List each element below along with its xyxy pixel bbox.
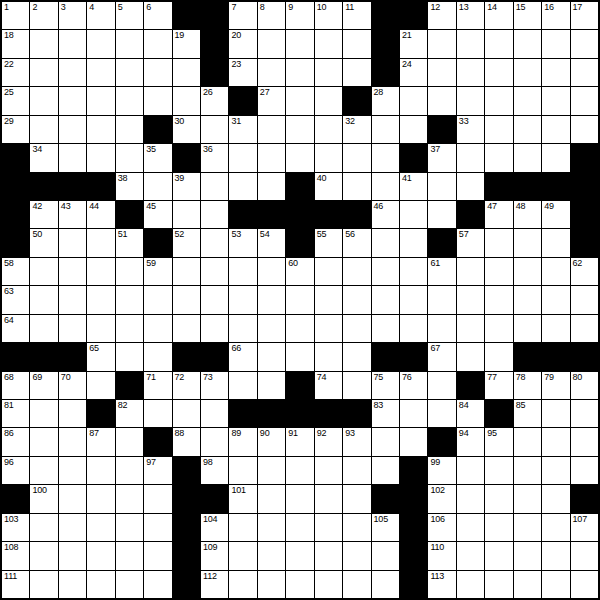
white-cell[interactable]	[428, 286, 455, 313]
white-cell[interactable]	[571, 59, 598, 86]
white-cell[interactable]: 94	[457, 428, 484, 455]
white-cell[interactable]	[514, 542, 541, 569]
white-cell[interactable]: 73	[201, 372, 228, 399]
white-cell[interactable]: 75	[372, 372, 399, 399]
white-cell[interactable]	[315, 116, 342, 143]
white-cell[interactable]	[457, 30, 484, 57]
white-cell[interactable]	[485, 542, 512, 569]
white-cell[interactable]: 33	[457, 116, 484, 143]
white-cell[interactable]	[116, 514, 143, 541]
white-cell[interactable]	[343, 59, 370, 86]
white-cell[interactable]	[542, 286, 569, 313]
white-cell[interactable]	[116, 571, 143, 598]
white-cell[interactable]: 20	[229, 30, 256, 57]
white-cell[interactable]	[30, 571, 57, 598]
white-cell[interactable]	[59, 428, 86, 455]
white-cell[interactable]: 77	[485, 372, 512, 399]
white-cell[interactable]: 66	[229, 343, 256, 370]
white-cell[interactable]: 102	[428, 485, 455, 512]
white-cell[interactable]: 27	[258, 87, 285, 114]
white-cell[interactable]: 60	[286, 258, 313, 285]
white-cell[interactable]	[116, 30, 143, 57]
white-cell[interactable]	[87, 457, 114, 484]
white-cell[interactable]	[30, 30, 57, 57]
white-cell[interactable]	[286, 457, 313, 484]
white-cell[interactable]	[457, 258, 484, 285]
white-cell[interactable]	[457, 485, 484, 512]
white-cell[interactable]	[457, 343, 484, 370]
white-cell[interactable]	[201, 315, 228, 342]
white-cell[interactable]	[542, 571, 569, 598]
white-cell[interactable]	[514, 485, 541, 512]
white-cell[interactable]: 49	[542, 201, 569, 228]
white-cell[interactable]	[30, 400, 57, 427]
white-cell[interactable]: 63	[2, 286, 29, 313]
white-cell[interactable]: 92	[315, 428, 342, 455]
white-cell[interactable]	[30, 87, 57, 114]
white-cell[interactable]: 6	[144, 2, 171, 29]
white-cell[interactable]	[229, 457, 256, 484]
white-cell[interactable]: 7	[229, 2, 256, 29]
white-cell[interactable]	[59, 30, 86, 57]
white-cell[interactable]: 112	[201, 571, 228, 598]
white-cell[interactable]: 56	[343, 229, 370, 256]
white-cell[interactable]: 46	[372, 201, 399, 228]
white-cell[interactable]: 52	[173, 229, 200, 256]
white-cell[interactable]	[30, 258, 57, 285]
white-cell[interactable]: 84	[457, 400, 484, 427]
white-cell[interactable]	[258, 173, 285, 200]
white-cell[interactable]	[542, 30, 569, 57]
white-cell[interactable]: 38	[116, 173, 143, 200]
white-cell[interactable]	[59, 542, 86, 569]
white-cell[interactable]	[400, 201, 427, 228]
white-cell[interactable]: 74	[315, 372, 342, 399]
white-cell[interactable]	[258, 258, 285, 285]
white-cell[interactable]: 58	[2, 258, 29, 285]
white-cell[interactable]	[400, 400, 427, 427]
white-cell[interactable]	[286, 116, 313, 143]
white-cell[interactable]: 99	[428, 457, 455, 484]
white-cell[interactable]	[457, 457, 484, 484]
white-cell[interactable]	[116, 144, 143, 171]
white-cell[interactable]	[343, 144, 370, 171]
white-cell[interactable]: 5	[116, 2, 143, 29]
white-cell[interactable]	[372, 457, 399, 484]
white-cell[interactable]: 44	[87, 201, 114, 228]
white-cell[interactable]	[116, 428, 143, 455]
white-cell[interactable]	[144, 542, 171, 569]
white-cell[interactable]	[144, 571, 171, 598]
white-cell[interactable]	[372, 229, 399, 256]
white-cell[interactable]	[59, 87, 86, 114]
white-cell[interactable]	[286, 343, 313, 370]
white-cell[interactable]	[201, 173, 228, 200]
white-cell[interactable]	[144, 400, 171, 427]
white-cell[interactable]: 89	[229, 428, 256, 455]
white-cell[interactable]: 76	[400, 372, 427, 399]
white-cell[interactable]	[30, 116, 57, 143]
white-cell[interactable]: 51	[116, 229, 143, 256]
white-cell[interactable]	[571, 286, 598, 313]
white-cell[interactable]	[258, 542, 285, 569]
white-cell[interactable]	[87, 258, 114, 285]
white-cell[interactable]	[116, 116, 143, 143]
white-cell[interactable]: 13	[457, 2, 484, 29]
white-cell[interactable]: 35	[144, 144, 171, 171]
white-cell[interactable]: 109	[201, 542, 228, 569]
white-cell[interactable]: 65	[87, 343, 114, 370]
white-cell[interactable]	[87, 30, 114, 57]
white-cell[interactable]	[315, 315, 342, 342]
white-cell[interactable]	[315, 59, 342, 86]
white-cell[interactable]	[315, 30, 342, 57]
white-cell[interactable]	[428, 400, 455, 427]
white-cell[interactable]	[514, 571, 541, 598]
white-cell[interactable]: 16	[542, 2, 569, 29]
white-cell[interactable]: 103	[2, 514, 29, 541]
white-cell[interactable]: 43	[59, 201, 86, 228]
white-cell[interactable]	[286, 286, 313, 313]
white-cell[interactable]: 113	[428, 571, 455, 598]
white-cell[interactable]	[542, 59, 569, 86]
white-cell[interactable]	[485, 30, 512, 57]
white-cell[interactable]	[116, 485, 143, 512]
white-cell[interactable]	[286, 514, 313, 541]
white-cell[interactable]	[485, 87, 512, 114]
white-cell[interactable]: 15	[514, 2, 541, 29]
white-cell[interactable]	[173, 59, 200, 86]
white-cell[interactable]	[173, 258, 200, 285]
white-cell[interactable]	[571, 116, 598, 143]
white-cell[interactable]	[87, 144, 114, 171]
white-cell[interactable]	[87, 286, 114, 313]
white-cell[interactable]: 32	[343, 116, 370, 143]
white-cell[interactable]: 87	[87, 428, 114, 455]
white-cell[interactable]	[286, 87, 313, 114]
white-cell[interactable]	[87, 372, 114, 399]
white-cell[interactable]	[400, 315, 427, 342]
white-cell[interactable]: 17	[571, 2, 598, 29]
white-cell[interactable]: 53	[229, 229, 256, 256]
white-cell[interactable]	[571, 428, 598, 455]
white-cell[interactable]: 72	[173, 372, 200, 399]
white-cell[interactable]	[514, 87, 541, 114]
white-cell[interactable]	[457, 144, 484, 171]
white-cell[interactable]	[315, 485, 342, 512]
white-cell[interactable]: 71	[144, 372, 171, 399]
white-cell[interactable]	[59, 286, 86, 313]
white-cell[interactable]	[315, 144, 342, 171]
white-cell[interactable]	[400, 116, 427, 143]
white-cell[interactable]	[87, 229, 114, 256]
white-cell[interactable]	[542, 258, 569, 285]
white-cell[interactable]	[116, 59, 143, 86]
white-cell[interactable]	[59, 485, 86, 512]
white-cell[interactable]	[173, 201, 200, 228]
white-cell[interactable]	[201, 258, 228, 285]
white-cell[interactable]: 47	[485, 201, 512, 228]
white-cell[interactable]	[258, 343, 285, 370]
white-cell[interactable]	[542, 116, 569, 143]
white-cell[interactable]: 95	[485, 428, 512, 455]
white-cell[interactable]: 10	[315, 2, 342, 29]
white-cell[interactable]	[286, 30, 313, 57]
white-cell[interactable]: 78	[514, 372, 541, 399]
white-cell[interactable]	[173, 400, 200, 427]
white-cell[interactable]	[542, 457, 569, 484]
white-cell[interactable]	[87, 59, 114, 86]
white-cell[interactable]	[343, 571, 370, 598]
white-cell[interactable]	[144, 315, 171, 342]
white-cell[interactable]	[229, 315, 256, 342]
white-cell[interactable]	[229, 542, 256, 569]
white-cell[interactable]	[372, 542, 399, 569]
white-cell[interactable]	[229, 173, 256, 200]
white-cell[interactable]	[173, 286, 200, 313]
white-cell[interactable]: 81	[2, 400, 29, 427]
white-cell[interactable]: 105	[372, 514, 399, 541]
white-cell[interactable]	[514, 286, 541, 313]
white-cell[interactable]	[30, 286, 57, 313]
white-cell[interactable]: 69	[30, 372, 57, 399]
white-cell[interactable]	[30, 59, 57, 86]
white-cell[interactable]: 83	[372, 400, 399, 427]
white-cell[interactable]	[428, 372, 455, 399]
white-cell[interactable]	[258, 286, 285, 313]
white-cell[interactable]	[400, 428, 427, 455]
white-cell[interactable]	[286, 485, 313, 512]
white-cell[interactable]	[116, 343, 143, 370]
white-cell[interactable]: 96	[2, 457, 29, 484]
white-cell[interactable]	[229, 514, 256, 541]
white-cell[interactable]: 68	[2, 372, 29, 399]
white-cell[interactable]	[514, 315, 541, 342]
white-cell[interactable]	[457, 59, 484, 86]
white-cell[interactable]	[315, 258, 342, 285]
white-cell[interactable]	[258, 30, 285, 57]
white-cell[interactable]: 62	[571, 258, 598, 285]
white-cell[interactable]	[144, 343, 171, 370]
white-cell[interactable]	[343, 286, 370, 313]
white-cell[interactable]	[286, 571, 313, 598]
white-cell[interactable]: 86	[2, 428, 29, 455]
white-cell[interactable]: 54	[258, 229, 285, 256]
white-cell[interactable]	[457, 173, 484, 200]
white-cell[interactable]	[485, 457, 512, 484]
white-cell[interactable]	[144, 514, 171, 541]
white-cell[interactable]: 42	[30, 201, 57, 228]
white-cell[interactable]	[571, 400, 598, 427]
white-cell[interactable]	[258, 514, 285, 541]
white-cell[interactable]	[428, 201, 455, 228]
white-cell[interactable]: 98	[201, 457, 228, 484]
white-cell[interactable]	[315, 343, 342, 370]
white-cell[interactable]	[258, 485, 285, 512]
white-cell[interactable]	[87, 315, 114, 342]
white-cell[interactable]	[286, 59, 313, 86]
white-cell[interactable]	[315, 87, 342, 114]
white-cell[interactable]: 25	[2, 87, 29, 114]
white-cell[interactable]	[372, 144, 399, 171]
white-cell[interactable]: 12	[428, 2, 455, 29]
white-cell[interactable]	[173, 315, 200, 342]
white-cell[interactable]	[87, 571, 114, 598]
white-cell[interactable]	[229, 286, 256, 313]
white-cell[interactable]	[59, 571, 86, 598]
white-cell[interactable]	[542, 514, 569, 541]
white-cell[interactable]: 26	[201, 87, 228, 114]
white-cell[interactable]: 107	[571, 514, 598, 541]
white-cell[interactable]	[87, 514, 114, 541]
white-cell[interactable]	[30, 428, 57, 455]
white-cell[interactable]	[485, 144, 512, 171]
white-cell[interactable]	[315, 286, 342, 313]
white-cell[interactable]	[372, 428, 399, 455]
white-cell[interactable]	[343, 485, 370, 512]
white-cell[interactable]: 88	[173, 428, 200, 455]
white-cell[interactable]: 14	[485, 2, 512, 29]
white-cell[interactable]	[315, 542, 342, 569]
white-cell[interactable]: 101	[229, 485, 256, 512]
white-cell[interactable]	[485, 229, 512, 256]
white-cell[interactable]	[514, 428, 541, 455]
white-cell[interactable]	[372, 116, 399, 143]
white-cell[interactable]	[457, 542, 484, 569]
white-cell[interactable]	[571, 315, 598, 342]
white-cell[interactable]	[428, 173, 455, 200]
white-cell[interactable]	[343, 457, 370, 484]
white-cell[interactable]: 8	[258, 2, 285, 29]
white-cell[interactable]	[343, 514, 370, 541]
white-cell[interactable]: 29	[2, 116, 29, 143]
white-cell[interactable]: 48	[514, 201, 541, 228]
white-cell[interactable]	[343, 343, 370, 370]
white-cell[interactable]	[201, 201, 228, 228]
white-cell[interactable]: 22	[2, 59, 29, 86]
white-cell[interactable]	[59, 315, 86, 342]
white-cell[interactable]	[286, 144, 313, 171]
white-cell[interactable]	[258, 144, 285, 171]
white-cell[interactable]	[514, 116, 541, 143]
white-cell[interactable]: 91	[286, 428, 313, 455]
white-cell[interactable]	[343, 30, 370, 57]
white-cell[interactable]	[485, 514, 512, 541]
white-cell[interactable]	[144, 30, 171, 57]
white-cell[interactable]	[428, 87, 455, 114]
white-cell[interactable]	[485, 116, 512, 143]
white-cell[interactable]	[116, 258, 143, 285]
white-cell[interactable]	[514, 258, 541, 285]
white-cell[interactable]: 1	[2, 2, 29, 29]
white-cell[interactable]	[428, 59, 455, 86]
white-cell[interactable]: 104	[201, 514, 228, 541]
white-cell[interactable]	[173, 87, 200, 114]
white-cell[interactable]: 108	[2, 542, 29, 569]
white-cell[interactable]	[428, 30, 455, 57]
white-cell[interactable]	[116, 87, 143, 114]
white-cell[interactable]	[485, 286, 512, 313]
white-cell[interactable]	[372, 571, 399, 598]
white-cell[interactable]	[229, 144, 256, 171]
white-cell[interactable]: 67	[428, 343, 455, 370]
white-cell[interactable]	[30, 514, 57, 541]
white-cell[interactable]	[372, 173, 399, 200]
white-cell[interactable]	[542, 229, 569, 256]
white-cell[interactable]	[229, 571, 256, 598]
white-cell[interactable]	[144, 485, 171, 512]
white-cell[interactable]	[571, 87, 598, 114]
white-cell[interactable]	[59, 229, 86, 256]
white-cell[interactable]: 4	[87, 2, 114, 29]
white-cell[interactable]	[542, 542, 569, 569]
white-cell[interactable]: 79	[542, 372, 569, 399]
white-cell[interactable]: 31	[229, 116, 256, 143]
white-cell[interactable]: 18	[2, 30, 29, 57]
white-cell[interactable]	[571, 571, 598, 598]
white-cell[interactable]	[514, 514, 541, 541]
white-cell[interactable]	[400, 258, 427, 285]
white-cell[interactable]	[514, 229, 541, 256]
white-cell[interactable]	[258, 372, 285, 399]
white-cell[interactable]: 55	[315, 229, 342, 256]
white-cell[interactable]: 30	[173, 116, 200, 143]
white-cell[interactable]	[201, 400, 228, 427]
white-cell[interactable]	[116, 286, 143, 313]
white-cell[interactable]	[30, 457, 57, 484]
white-cell[interactable]	[372, 286, 399, 313]
white-cell[interactable]	[59, 457, 86, 484]
white-cell[interactable]: 9	[286, 2, 313, 29]
white-cell[interactable]	[571, 542, 598, 569]
white-cell[interactable]	[201, 116, 228, 143]
white-cell[interactable]	[286, 315, 313, 342]
white-cell[interactable]	[343, 542, 370, 569]
white-cell[interactable]: 39	[173, 173, 200, 200]
white-cell[interactable]	[116, 457, 143, 484]
white-cell[interactable]	[144, 87, 171, 114]
white-cell[interactable]: 50	[30, 229, 57, 256]
white-cell[interactable]	[201, 286, 228, 313]
white-cell[interactable]: 82	[116, 400, 143, 427]
white-cell[interactable]	[87, 116, 114, 143]
white-cell[interactable]	[258, 315, 285, 342]
white-cell[interactable]	[400, 87, 427, 114]
white-cell[interactable]	[59, 144, 86, 171]
white-cell[interactable]	[315, 571, 342, 598]
white-cell[interactable]	[343, 173, 370, 200]
white-cell[interactable]	[514, 30, 541, 57]
white-cell[interactable]	[457, 571, 484, 598]
white-cell[interactable]	[59, 258, 86, 285]
white-cell[interactable]	[87, 87, 114, 114]
white-cell[interactable]	[343, 372, 370, 399]
white-cell[interactable]	[571, 457, 598, 484]
white-cell[interactable]: 23	[229, 59, 256, 86]
white-cell[interactable]	[485, 59, 512, 86]
white-cell[interactable]	[30, 315, 57, 342]
white-cell[interactable]: 24	[400, 59, 427, 86]
white-cell[interactable]	[59, 514, 86, 541]
white-cell[interactable]: 2	[30, 2, 57, 29]
white-cell[interactable]: 3	[59, 2, 86, 29]
white-cell[interactable]	[229, 372, 256, 399]
white-cell[interactable]	[87, 542, 114, 569]
white-cell[interactable]	[400, 229, 427, 256]
white-cell[interactable]: 97	[144, 457, 171, 484]
white-cell[interactable]	[457, 514, 484, 541]
white-cell[interactable]: 57	[457, 229, 484, 256]
